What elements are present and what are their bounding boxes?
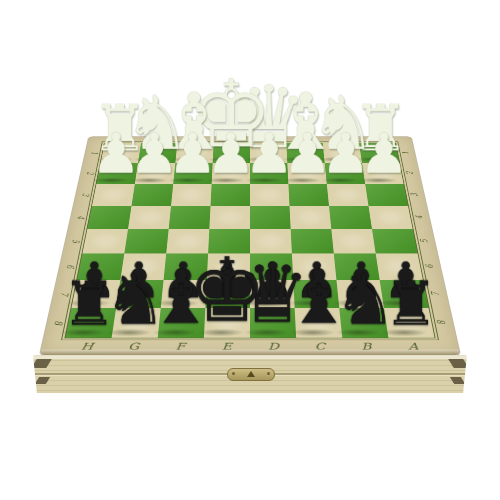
rank-label: 1 — [74, 148, 113, 157]
square-e2 — [212, 163, 250, 184]
square-g5 — [124, 229, 168, 254]
square-f3 — [171, 184, 212, 206]
file-labels: HGFEDCBA — [62, 338, 438, 355]
file-label: A — [388, 338, 438, 355]
square-b5 — [331, 229, 375, 254]
board-frame — [65, 143, 434, 338]
square-c4 — [289, 206, 331, 229]
file-label: G — [109, 338, 158, 355]
chess-set-photo: 12345678 12345678 HGFEDCBA ♜♞♝♛♚♝♞♜♟♟♟♟♟… — [0, 0, 500, 500]
rank-label: 6 — [47, 260, 92, 272]
square-d7 — [250, 280, 295, 308]
square-c5 — [291, 229, 334, 254]
square-d8 — [250, 308, 296, 338]
hinge-mark-icon — [448, 359, 469, 368]
rank-label: 4 — [59, 212, 102, 223]
rank-label: 3 — [64, 189, 105, 199]
file-label: C — [296, 338, 344, 355]
rank-label: 3 — [394, 189, 435, 199]
square-f2 — [173, 163, 212, 184]
rank-label: 1 — [387, 148, 426, 157]
hinge-mark-icon — [31, 359, 52, 368]
square-f4 — [169, 206, 211, 229]
rank-label: 8 — [33, 316, 82, 330]
hinge-mark-icon — [35, 377, 50, 384]
square-f7 — [161, 280, 207, 308]
square-d2 — [250, 163, 288, 184]
screw-icon — [267, 372, 270, 375]
square-b4 — [329, 206, 372, 229]
square-g8 — [112, 308, 161, 338]
latch-clasp-icon — [227, 368, 275, 381]
square-f5 — [166, 229, 209, 254]
screw-icon — [232, 372, 235, 375]
square-c1 — [286, 143, 324, 163]
square-d6 — [250, 254, 293, 280]
square-g1 — [138, 143, 177, 163]
square-d3 — [250, 184, 289, 206]
square-g2 — [135, 163, 175, 184]
square-b1 — [323, 143, 362, 163]
square-c2 — [287, 163, 326, 184]
rank-label: 5 — [53, 235, 97, 247]
square-e8 — [204, 308, 250, 338]
hinge-mark-icon — [450, 377, 465, 384]
square-c8 — [295, 308, 343, 338]
square-c7 — [293, 280, 339, 308]
square-e1 — [213, 143, 250, 163]
square-b3 — [327, 184, 369, 206]
latch-tongue-icon — [247, 371, 255, 377]
square-g7 — [116, 280, 163, 308]
square-f1 — [175, 143, 213, 163]
board-grid — [65, 143, 434, 338]
square-d5 — [250, 229, 292, 254]
square-d1 — [250, 143, 287, 163]
square-e7 — [205, 280, 250, 308]
square-e3 — [211, 184, 250, 206]
square-c3 — [288, 184, 329, 206]
square-e4 — [209, 206, 250, 229]
square-e5 — [208, 229, 250, 254]
square-e6 — [207, 254, 250, 280]
square-f6 — [164, 254, 209, 280]
rank-label: 4 — [398, 212, 441, 223]
square-b2 — [325, 163, 365, 184]
rank-label: 7 — [413, 287, 460, 300]
rank-label: 2 — [70, 168, 110, 178]
square-c6 — [292, 254, 337, 280]
box-front-side — [33, 355, 467, 393]
file-label: D — [250, 338, 297, 355]
rank-label: 8 — [418, 316, 467, 330]
square-g3 — [132, 184, 174, 206]
file-label: F — [156, 338, 204, 355]
square-b6 — [334, 254, 380, 280]
square-f8 — [158, 308, 206, 338]
square-b8 — [339, 308, 388, 338]
box-bevel-edge — [33, 355, 467, 359]
file-label: B — [342, 338, 391, 355]
square-b7 — [336, 280, 383, 308]
square-g4 — [128, 206, 171, 229]
rank-label: 2 — [390, 168, 430, 178]
square-d4 — [250, 206, 291, 229]
rank-label: 5 — [403, 235, 447, 247]
chessboard: 12345678 12345678 HGFEDCBA ♜♞♝♛♚♝♞♜♟♟♟♟♟… — [40, 137, 460, 355]
rank-label: 7 — [40, 287, 87, 300]
file-label: E — [203, 338, 250, 355]
rank-label: 6 — [408, 260, 453, 272]
file-label: H — [62, 338, 112, 355]
square-g6 — [120, 254, 166, 280]
